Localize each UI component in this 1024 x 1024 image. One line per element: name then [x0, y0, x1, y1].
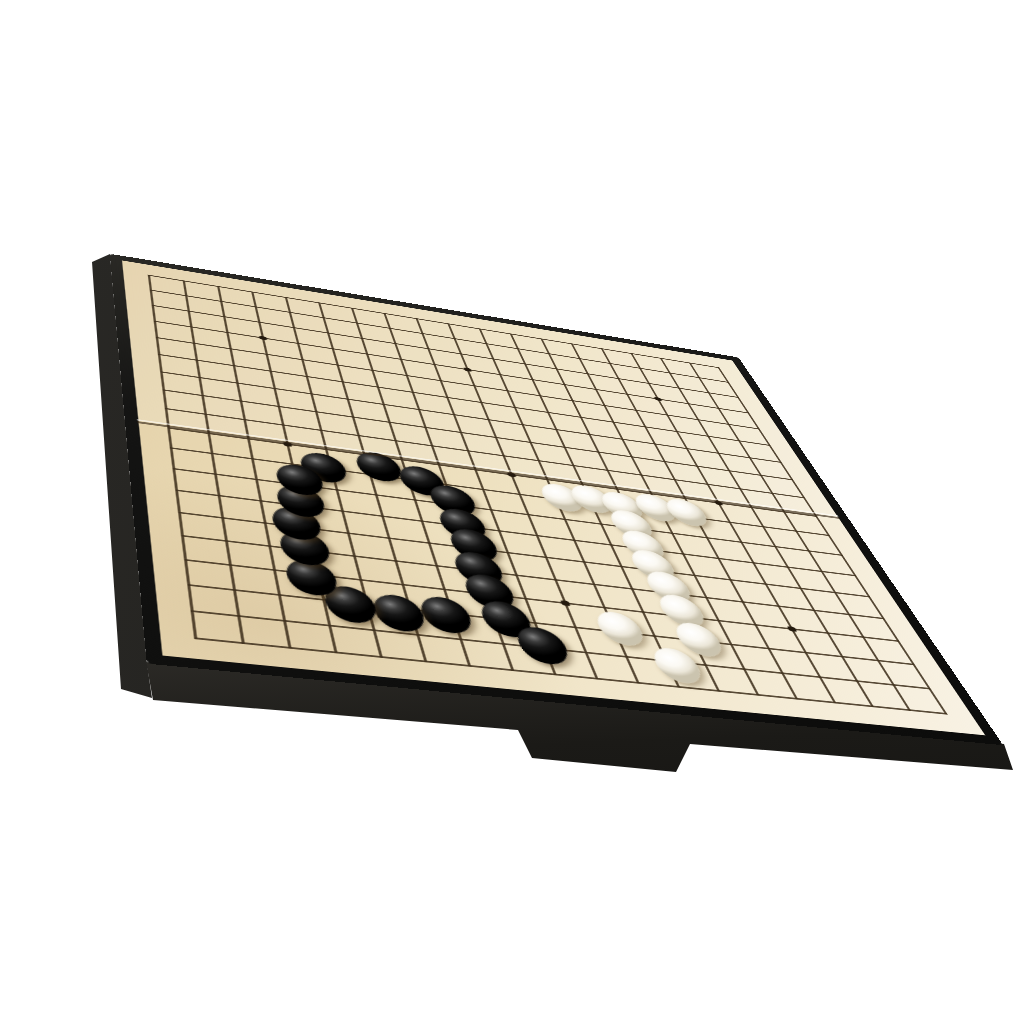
go-stone-black — [513, 625, 574, 667]
hoshi-star-point — [258, 335, 267, 340]
hoshi-star-point — [560, 600, 572, 607]
grid-line-vertical — [718, 367, 948, 714]
hoshi-star-point — [786, 626, 798, 632]
board-grid-layer — [110, 254, 1003, 745]
go-stone-white — [592, 610, 649, 648]
grid-line-horizontal — [148, 275, 719, 368]
go-stone-black — [370, 593, 429, 635]
grid-line-vertical — [660, 358, 874, 707]
grid-line-horizontal — [150, 290, 729, 383]
hoshi-star-point — [463, 367, 472, 372]
hoshi-star-point — [653, 397, 662, 402]
go-stone-black — [416, 594, 475, 635]
product-photo-scene — [0, 0, 1024, 1024]
go-board — [110, 254, 1003, 745]
grid-line-vertical — [689, 363, 911, 711]
